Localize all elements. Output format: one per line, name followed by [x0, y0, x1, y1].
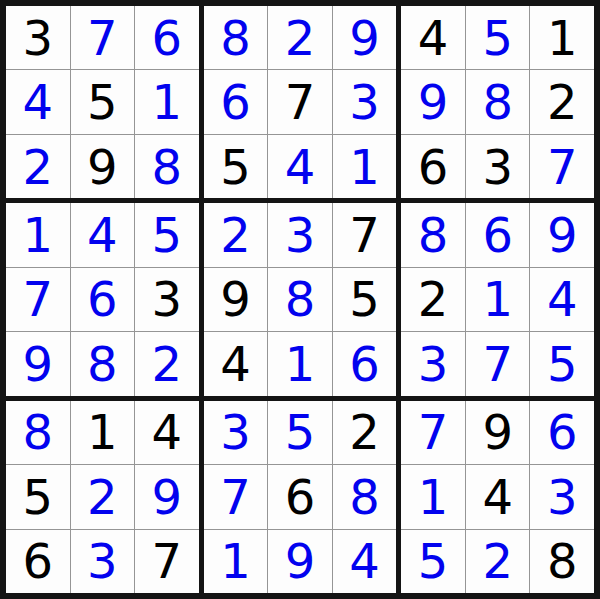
cell-r4c4[interactable]: 2	[204, 203, 268, 266]
box-2-1: 145763982	[6, 203, 199, 395]
cell-r9c6[interactable]: 4	[333, 530, 397, 593]
cell-r1c1[interactable]: 3	[6, 6, 70, 69]
cell-r4c2[interactable]: 4	[71, 203, 135, 266]
cell-r2c7[interactable]: 9	[401, 70, 465, 133]
cell-r6c3[interactable]: 2	[135, 332, 199, 395]
cell-r5c1[interactable]: 7	[6, 268, 70, 331]
cell-r5c5[interactable]: 8	[268, 268, 332, 331]
cell-r3c1[interactable]: 2	[6, 135, 70, 198]
cell-r7c4[interactable]: 3	[204, 401, 268, 464]
cell-r3c5[interactable]: 4	[268, 135, 332, 198]
cell-r4c8[interactable]: 6	[466, 203, 530, 266]
cell-r4c1[interactable]: 1	[6, 203, 70, 266]
cell-r9c9[interactable]: 8	[530, 530, 594, 593]
cell-r7c6[interactable]: 2	[333, 401, 397, 464]
cell-r3c3[interactable]: 8	[135, 135, 199, 198]
cell-r8c9[interactable]: 3	[530, 465, 594, 528]
cell-r3c6[interactable]: 1	[333, 135, 397, 198]
cell-r5c2[interactable]: 6	[71, 268, 135, 331]
cell-r9c2[interactable]: 3	[71, 530, 135, 593]
cell-r6c4[interactable]: 4	[204, 332, 268, 395]
cell-r1c9[interactable]: 1	[530, 6, 594, 69]
box-3-3: 796143528	[401, 401, 594, 593]
cell-r2c9[interactable]: 2	[530, 70, 594, 133]
cell-r6c2[interactable]: 8	[71, 332, 135, 395]
cell-r6c5[interactable]: 1	[268, 332, 332, 395]
cell-r8c3[interactable]: 9	[135, 465, 199, 528]
cell-r3c2[interactable]: 9	[71, 135, 135, 198]
cell-r7c7[interactable]: 7	[401, 401, 465, 464]
cell-r5c9[interactable]: 4	[530, 268, 594, 331]
cell-r2c3[interactable]: 1	[135, 70, 199, 133]
cell-r8c8[interactable]: 4	[466, 465, 530, 528]
cell-r5c4[interactable]: 9	[204, 268, 268, 331]
cell-r9c3[interactable]: 7	[135, 530, 199, 593]
cell-r9c1[interactable]: 6	[6, 530, 70, 593]
cell-r5c3[interactable]: 3	[135, 268, 199, 331]
cell-r7c1[interactable]: 8	[6, 401, 70, 464]
box-3-1: 814529637	[6, 401, 199, 593]
cell-r1c7[interactable]: 4	[401, 6, 465, 69]
cell-r8c7[interactable]: 1	[401, 465, 465, 528]
cell-r5c6[interactable]: 5	[333, 268, 397, 331]
cell-r7c9[interactable]: 6	[530, 401, 594, 464]
cell-r7c3[interactable]: 4	[135, 401, 199, 464]
cell-r2c2[interactable]: 5	[71, 70, 135, 133]
cell-r6c8[interactable]: 7	[466, 332, 530, 395]
box-1-1: 376451298	[6, 6, 199, 198]
cell-r4c3[interactable]: 5	[135, 203, 199, 266]
cell-r3c8[interactable]: 3	[466, 135, 530, 198]
cell-r3c7[interactable]: 6	[401, 135, 465, 198]
cell-r8c5[interactable]: 6	[268, 465, 332, 528]
cell-r6c1[interactable]: 9	[6, 332, 70, 395]
box-1-2: 829673541	[204, 6, 397, 198]
cell-r8c6[interactable]: 8	[333, 465, 397, 528]
cell-r4c7[interactable]: 8	[401, 203, 465, 266]
cell-r2c6[interactable]: 3	[333, 70, 397, 133]
cell-r2c5[interactable]: 7	[268, 70, 332, 133]
cell-r1c6[interactable]: 9	[333, 6, 397, 69]
cell-r4c5[interactable]: 3	[268, 203, 332, 266]
box-3-2: 352768194	[204, 401, 397, 593]
cell-r5c8[interactable]: 1	[466, 268, 530, 331]
cell-r8c2[interactable]: 2	[71, 465, 135, 528]
cell-r2c8[interactable]: 8	[466, 70, 530, 133]
cell-r4c9[interactable]: 9	[530, 203, 594, 266]
cell-r8c1[interactable]: 5	[6, 465, 70, 528]
cell-r9c7[interactable]: 5	[401, 530, 465, 593]
cell-r9c5[interactable]: 9	[268, 530, 332, 593]
cell-r1c3[interactable]: 6	[135, 6, 199, 69]
cell-r2c4[interactable]: 6	[204, 70, 268, 133]
cell-r3c4[interactable]: 5	[204, 135, 268, 198]
box-2-2: 237985416	[204, 203, 397, 395]
cell-r1c2[interactable]: 7	[71, 6, 135, 69]
cell-r7c2[interactable]: 1	[71, 401, 135, 464]
cell-r8c4[interactable]: 7	[204, 465, 268, 528]
cell-r1c4[interactable]: 8	[204, 6, 268, 69]
cell-r9c4[interactable]: 1	[204, 530, 268, 593]
box-2-3: 869214375	[401, 203, 594, 395]
cell-r5c7[interactable]: 2	[401, 268, 465, 331]
cell-r4c6[interactable]: 7	[333, 203, 397, 266]
cell-r9c8[interactable]: 2	[466, 530, 530, 593]
cell-r2c1[interactable]: 4	[6, 70, 70, 133]
cell-r6c6[interactable]: 6	[333, 332, 397, 395]
cell-r7c8[interactable]: 9	[466, 401, 530, 464]
cell-r1c8[interactable]: 5	[466, 6, 530, 69]
cell-r7c5[interactable]: 5	[268, 401, 332, 464]
cell-r6c9[interactable]: 5	[530, 332, 594, 395]
sudoku-board: 3764512988296735414519826371457639822379…	[0, 0, 600, 599]
cell-r3c9[interactable]: 7	[530, 135, 594, 198]
box-1-3: 451982637	[401, 6, 594, 198]
cell-r1c5[interactable]: 2	[268, 6, 332, 69]
cell-r6c7[interactable]: 3	[401, 332, 465, 395]
